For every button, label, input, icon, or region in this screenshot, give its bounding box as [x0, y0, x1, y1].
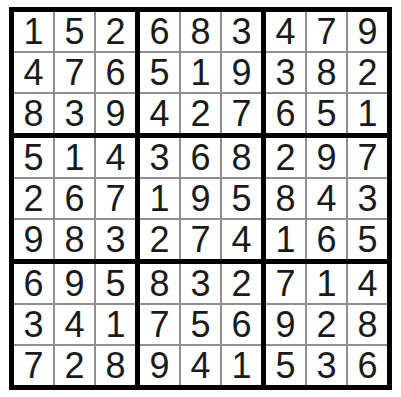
cell-r4c3: 4: [96, 138, 135, 177]
cell-r1c6: 3: [222, 12, 261, 51]
cell-r1c5: 8: [181, 12, 220, 51]
cell-r1c3: 2: [96, 12, 135, 51]
cell-r3c3: 9: [96, 94, 135, 133]
cell-r6c4: 2: [140, 220, 179, 259]
cell-r3c5: 2: [181, 94, 220, 133]
cell-r4c7: 2: [266, 138, 305, 177]
cell-r7c3: 5: [96, 264, 135, 303]
page: 1524768396835194274793826515142679833681…: [0, 0, 401, 397]
cell-r6c2: 8: [55, 220, 94, 259]
cell-r9c9: 6: [348, 346, 387, 385]
cell-r9c5: 4: [181, 346, 220, 385]
box-1: 152476839: [14, 12, 135, 133]
cell-r6c9: 5: [348, 220, 387, 259]
cell-r6c3: 3: [96, 220, 135, 259]
cell-r8c4: 7: [140, 305, 179, 344]
cell-r3c4: 4: [140, 94, 179, 133]
cell-r7c5: 3: [181, 264, 220, 303]
cell-r5c7: 8: [266, 179, 305, 218]
cell-r6c5: 7: [181, 220, 220, 259]
cell-r4c2: 1: [55, 138, 94, 177]
cell-r8c2: 4: [55, 305, 94, 344]
cell-r7c8: 1: [307, 264, 346, 303]
cell-r3c9: 1: [348, 94, 387, 133]
cell-r7c1: 6: [14, 264, 53, 303]
cell-r2c1: 4: [14, 53, 53, 92]
cell-r8c3: 1: [96, 305, 135, 344]
cell-r7c9: 4: [348, 264, 387, 303]
cell-r1c8: 7: [307, 12, 346, 51]
cell-r6c8: 6: [307, 220, 346, 259]
cell-r6c1: 9: [14, 220, 53, 259]
box-3: 479382651: [266, 12, 387, 133]
cell-r4c1: 5: [14, 138, 53, 177]
box-9: 714928536: [266, 264, 387, 385]
cell-r2c9: 2: [348, 53, 387, 92]
cell-r6c6: 4: [222, 220, 261, 259]
cell-r5c3: 7: [96, 179, 135, 218]
cell-r3c2: 3: [55, 94, 94, 133]
cell-r5c8: 4: [307, 179, 346, 218]
cell-r4c4: 3: [140, 138, 179, 177]
cell-r5c5: 9: [181, 179, 220, 218]
box-2: 683519427: [140, 12, 261, 133]
cell-r8c8: 2: [307, 305, 346, 344]
cell-r9c6: 1: [222, 346, 261, 385]
cell-r9c8: 3: [307, 346, 346, 385]
cell-r1c4: 6: [140, 12, 179, 51]
cell-r3c7: 6: [266, 94, 305, 133]
cell-r2c5: 1: [181, 53, 220, 92]
cell-r9c2: 2: [55, 346, 94, 385]
cell-r5c9: 3: [348, 179, 387, 218]
cell-r5c1: 2: [14, 179, 53, 218]
cell-r5c2: 6: [55, 179, 94, 218]
cell-r3c8: 5: [307, 94, 346, 133]
cell-r1c1: 1: [14, 12, 53, 51]
box-5: 368195274: [140, 138, 261, 259]
cell-r7c2: 9: [55, 264, 94, 303]
cell-r3c1: 8: [14, 94, 53, 133]
cell-r7c6: 2: [222, 264, 261, 303]
cell-r7c7: 7: [266, 264, 305, 303]
cell-r6c7: 1: [266, 220, 305, 259]
box-4: 514267983: [14, 138, 135, 259]
cell-r9c1: 7: [14, 346, 53, 385]
sudoku-board: 1524768396835194274793826515142679833681…: [9, 7, 392, 390]
cell-r8c1: 3: [14, 305, 53, 344]
cell-r8c7: 9: [266, 305, 305, 344]
box-7: 695341728: [14, 264, 135, 385]
cell-r2c7: 3: [266, 53, 305, 92]
cell-r4c5: 6: [181, 138, 220, 177]
cell-r2c6: 9: [222, 53, 261, 92]
cell-r5c4: 1: [140, 179, 179, 218]
cell-r8c5: 5: [181, 305, 220, 344]
box-8: 832756941: [140, 264, 261, 385]
box-6: 297843165: [266, 138, 387, 259]
cell-r2c2: 7: [55, 53, 94, 92]
cell-r3c6: 7: [222, 94, 261, 133]
cell-r1c7: 4: [266, 12, 305, 51]
cell-r2c3: 6: [96, 53, 135, 92]
cell-r8c9: 8: [348, 305, 387, 344]
cell-r8c6: 6: [222, 305, 261, 344]
cell-r1c2: 5: [55, 12, 94, 51]
cell-r4c9: 7: [348, 138, 387, 177]
cell-r2c4: 5: [140, 53, 179, 92]
cell-r7c4: 8: [140, 264, 179, 303]
cell-r5c6: 5: [222, 179, 261, 218]
cell-r1c9: 9: [348, 12, 387, 51]
cell-r4c6: 8: [222, 138, 261, 177]
cell-r2c8: 8: [307, 53, 346, 92]
cell-r9c4: 9: [140, 346, 179, 385]
cell-r4c8: 9: [307, 138, 346, 177]
cell-r9c3: 8: [96, 346, 135, 385]
cell-r9c7: 5: [266, 346, 305, 385]
